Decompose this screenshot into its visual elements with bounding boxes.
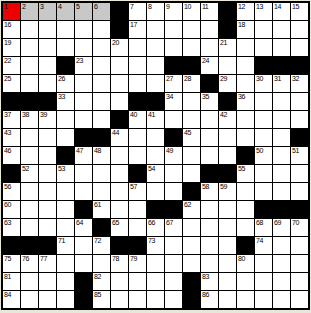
grid-cell[interactable]: 61 xyxy=(93,201,110,218)
grid-cell[interactable] xyxy=(255,39,272,56)
grid-cell[interactable] xyxy=(237,129,254,146)
grid-cell[interactable]: 11 xyxy=(201,3,218,20)
grid-cell[interactable]: 76 xyxy=(21,255,38,272)
grid-cell[interactable] xyxy=(291,273,308,290)
black-cell xyxy=(219,21,236,38)
clue-number: 69 xyxy=(274,219,281,227)
clue-number: 7 xyxy=(130,3,133,11)
grid-cell[interactable] xyxy=(291,183,308,200)
grid-cell[interactable] xyxy=(255,165,272,182)
grid-cell[interactable] xyxy=(237,291,254,308)
grid-cell[interactable] xyxy=(75,255,92,272)
grid-cell[interactable] xyxy=(273,273,290,290)
clue-number: 45 xyxy=(184,129,191,137)
grid-cell[interactable]: 29 xyxy=(219,75,236,92)
grid-cell[interactable] xyxy=(273,237,290,254)
grid-cell[interactable]: 74 xyxy=(255,237,272,254)
grid-cell[interactable] xyxy=(165,21,182,38)
clue-number: 1 xyxy=(4,3,7,11)
clue-number: 27 xyxy=(166,75,173,83)
grid-cell[interactable] xyxy=(111,57,128,74)
grid-cell[interactable] xyxy=(201,39,218,56)
grid-cell[interactable] xyxy=(219,129,236,146)
grid-cell[interactable] xyxy=(147,75,164,92)
grid-cell[interactable] xyxy=(147,57,164,74)
grid-cell[interactable]: 60 xyxy=(3,201,20,218)
grid-cell[interactable] xyxy=(21,219,38,236)
grid-cell[interactable] xyxy=(111,291,128,308)
grid-cell[interactable]: 36 xyxy=(237,93,254,110)
grid-cell[interactable] xyxy=(39,21,56,38)
grid-cell[interactable]: 13 xyxy=(255,3,272,20)
grid-cell[interactable]: 81 xyxy=(3,273,20,290)
clue-number: 85 xyxy=(94,291,101,299)
grid-cell[interactable] xyxy=(21,201,38,218)
grid-cell[interactable]: 85 xyxy=(93,291,110,308)
black-cell xyxy=(183,183,200,200)
grid-cell[interactable] xyxy=(183,93,200,110)
grid-cell[interactable] xyxy=(111,165,128,182)
grid-cell[interactable]: 69 xyxy=(273,219,290,236)
grid-cell[interactable] xyxy=(219,219,236,236)
grid-cell[interactable] xyxy=(111,273,128,290)
grid-cell[interactable] xyxy=(21,57,38,74)
grid-cell[interactable] xyxy=(273,147,290,164)
grid-cell[interactable]: 26 xyxy=(57,75,74,92)
grid-cell[interactable] xyxy=(129,147,146,164)
black-cell xyxy=(75,291,92,308)
grid-cell[interactable] xyxy=(201,201,218,218)
clue-number: 5 xyxy=(76,3,79,11)
grid-cell[interactable] xyxy=(57,291,74,308)
grid-cell[interactable] xyxy=(165,39,182,56)
grid-cell[interactable] xyxy=(39,165,56,182)
black-cell xyxy=(75,273,92,290)
black-cell xyxy=(3,93,20,110)
grid-cell[interactable] xyxy=(165,111,182,128)
grid-cell[interactable] xyxy=(75,237,92,254)
grid-cell[interactable]: 7 xyxy=(129,3,146,20)
grid-cell[interactable] xyxy=(93,165,110,182)
black-cell xyxy=(129,165,146,182)
grid-cell[interactable]: 12 xyxy=(237,3,254,20)
grid-cell[interactable]: 54 xyxy=(147,165,164,182)
grid-cell[interactable]: 14 xyxy=(273,3,290,20)
grid-cell[interactable]: 21 xyxy=(219,39,236,56)
grid-cell[interactable] xyxy=(201,111,218,128)
grid-cell[interactable]: 51 xyxy=(291,147,308,164)
grid-cell[interactable] xyxy=(57,273,74,290)
selected-cell[interactable]: 1 xyxy=(3,3,20,20)
grid-cell[interactable] xyxy=(111,183,128,200)
grid-cell[interactable] xyxy=(111,201,128,218)
grid-cell[interactable] xyxy=(273,291,290,308)
grid-cell[interactable]: 73 xyxy=(147,237,164,254)
grid-cell[interactable] xyxy=(165,291,182,308)
grid-cell[interactable]: 28 xyxy=(183,75,200,92)
grid-cell[interactable]: 83 xyxy=(201,273,218,290)
grid-cell[interactable]: 37 xyxy=(3,111,20,128)
grid-cell[interactable]: 32 xyxy=(291,75,308,92)
grid-cell[interactable] xyxy=(75,111,92,128)
grid-cell[interactable]: 46 xyxy=(3,147,20,164)
clue-number: 86 xyxy=(202,291,209,299)
grid-cell[interactable]: 41 xyxy=(147,111,164,128)
grid-cell[interactable] xyxy=(219,57,236,74)
grid-cell[interactable] xyxy=(111,75,128,92)
clue-number: 41 xyxy=(148,111,155,119)
grid-cell[interactable]: 72 xyxy=(93,237,110,254)
grid-cell[interactable] xyxy=(93,111,110,128)
grid-cell[interactable]: 16 xyxy=(3,21,20,38)
grid-cell[interactable] xyxy=(129,57,146,74)
grid-cell[interactable]: 79 xyxy=(129,255,146,272)
grid-cell[interactable] xyxy=(39,129,56,146)
black-cell xyxy=(237,147,254,164)
grid-cell[interactable] xyxy=(21,183,38,200)
grid-cell[interactable] xyxy=(291,21,308,38)
grid-cell[interactable] xyxy=(219,273,236,290)
black-cell xyxy=(39,93,56,110)
grid-cell[interactable] xyxy=(57,21,74,38)
grid-cell[interactable] xyxy=(129,219,146,236)
grid-cell[interactable] xyxy=(75,165,92,182)
grid-cell[interactable] xyxy=(39,291,56,308)
grid-cell[interactable] xyxy=(93,93,110,110)
grid-cell[interactable] xyxy=(237,219,254,236)
grid-cell[interactable]: 57 xyxy=(129,183,146,200)
grid-cell[interactable] xyxy=(39,201,56,218)
grid-cell[interactable] xyxy=(273,21,290,38)
grid-cell[interactable]: 49 xyxy=(165,147,182,164)
black-cell xyxy=(39,237,56,254)
grid-cell[interactable]: 75 xyxy=(3,255,20,272)
grid-cell[interactable] xyxy=(165,237,182,254)
grid-cell[interactable] xyxy=(165,255,182,272)
grid-cell[interactable]: 38 xyxy=(21,111,38,128)
grid-cell[interactable] xyxy=(93,183,110,200)
grid-cell[interactable] xyxy=(291,237,308,254)
grid-cell[interactable] xyxy=(39,273,56,290)
grid-cell[interactable] xyxy=(219,147,236,164)
grid-cell[interactable]: 84 xyxy=(3,291,20,308)
grid-cell[interactable] xyxy=(219,201,236,218)
grid-cell[interactable]: 80 xyxy=(237,255,254,272)
grid-cell[interactable]: 43 xyxy=(3,129,20,146)
grid-cell[interactable] xyxy=(21,129,38,146)
grid-cell[interactable]: 44 xyxy=(111,129,128,146)
clue-number: 75 xyxy=(4,255,11,263)
grid-cell[interactable] xyxy=(255,93,272,110)
grid-cell[interactable] xyxy=(183,111,200,128)
grid-cell[interactable] xyxy=(147,273,164,290)
grid-cell[interactable]: 70 xyxy=(291,219,308,236)
grid-cell[interactable]: 20 xyxy=(111,39,128,56)
grid-cell[interactable] xyxy=(39,39,56,56)
grid-cell[interactable] xyxy=(291,255,308,272)
grid-cell[interactable] xyxy=(75,183,92,200)
grid-cell[interactable] xyxy=(21,273,38,290)
grid-cell[interactable] xyxy=(57,39,74,56)
grid-cell[interactable] xyxy=(273,165,290,182)
grid-cell[interactable]: 63 xyxy=(3,219,20,236)
grid-cell[interactable] xyxy=(201,21,218,38)
grid-cell[interactable]: 67 xyxy=(165,219,182,236)
grid-cell[interactable] xyxy=(273,129,290,146)
grid-cell[interactable]: 68 xyxy=(255,219,272,236)
grid-cell[interactable] xyxy=(255,21,272,38)
grid-cell[interactable] xyxy=(39,219,56,236)
grid-cell[interactable]: 24 xyxy=(201,57,218,74)
grid-cell[interactable]: 71 xyxy=(57,237,74,254)
grid-cell[interactable] xyxy=(183,39,200,56)
grid-cell[interactable] xyxy=(291,165,308,182)
clue-number: 58 xyxy=(202,183,209,191)
grid-cell[interactable] xyxy=(255,183,272,200)
grid-cell[interactable] xyxy=(129,201,146,218)
grid-cell[interactable] xyxy=(93,39,110,56)
clue-number: 6 xyxy=(94,3,97,11)
grid-cell[interactable]: 8 xyxy=(147,3,164,20)
grid-cell[interactable]: 33 xyxy=(57,93,74,110)
grid-cell[interactable] xyxy=(75,21,92,38)
grid-cell[interactable] xyxy=(129,291,146,308)
grid-cell[interactable] xyxy=(201,147,218,164)
grid-cell[interactable] xyxy=(237,39,254,56)
clue-number: 36 xyxy=(238,93,245,101)
grid-cell[interactable] xyxy=(201,129,218,146)
grid-cell[interactable]: 35 xyxy=(201,93,218,110)
black-cell xyxy=(93,129,110,146)
grid-cell[interactable]: 77 xyxy=(39,255,56,272)
grid-cell[interactable] xyxy=(237,273,254,290)
clue-number: 30 xyxy=(256,75,263,83)
grid-cell[interactable]: 18 xyxy=(237,21,254,38)
grid-cell[interactable]: 82 xyxy=(93,273,110,290)
grid-cell[interactable] xyxy=(21,75,38,92)
grid-cell[interactable] xyxy=(147,255,164,272)
clue-number: 61 xyxy=(94,201,101,209)
grid-cell[interactable] xyxy=(273,111,290,128)
clue-number: 50 xyxy=(256,147,263,155)
highlighted-cell[interactable]: 4 xyxy=(57,3,74,20)
black-cell xyxy=(111,111,128,128)
clue-number: 13 xyxy=(256,3,263,11)
grid-cell[interactable]: 19 xyxy=(3,39,20,56)
grid-cell[interactable] xyxy=(93,57,110,74)
grid-cell[interactable] xyxy=(273,255,290,272)
clue-number: 21 xyxy=(220,39,227,47)
grid-cell[interactable] xyxy=(165,165,182,182)
clue-number: 47 xyxy=(76,147,83,155)
grid-cell[interactable] xyxy=(237,183,254,200)
grid-cell[interactable] xyxy=(57,129,74,146)
clue-number: 35 xyxy=(202,93,209,101)
grid-cell[interactable] xyxy=(57,219,74,236)
grid-cell[interactable] xyxy=(129,39,146,56)
grid-cell[interactable]: 10 xyxy=(183,3,200,20)
grid-cell[interactable] xyxy=(21,291,38,308)
grid-cell[interactable] xyxy=(183,255,200,272)
grid-cell[interactable] xyxy=(39,183,56,200)
clue-number: 76 xyxy=(22,255,29,263)
grid-cell[interactable] xyxy=(21,21,38,38)
grid-cell[interactable]: 23 xyxy=(75,57,92,74)
highlighted-cell[interactable]: 5 xyxy=(75,3,92,20)
grid-cell[interactable] xyxy=(165,273,182,290)
grid-cell[interactable] xyxy=(111,93,128,110)
clue-number: 57 xyxy=(130,183,137,191)
grid-cell[interactable] xyxy=(57,111,74,128)
grid-cell[interactable] xyxy=(57,201,74,218)
grid-cell[interactable] xyxy=(111,147,128,164)
clue-number: 74 xyxy=(256,237,263,245)
grid-cell[interactable] xyxy=(39,75,56,92)
grid-cell[interactable] xyxy=(129,273,146,290)
grid-cell[interactable] xyxy=(237,201,254,218)
grid-cell[interactable] xyxy=(291,39,308,56)
grid-cell[interactable]: 56 xyxy=(3,183,20,200)
grid-cell[interactable]: 40 xyxy=(129,111,146,128)
grid-cell[interactable]: 59 xyxy=(219,183,236,200)
grid-cell[interactable] xyxy=(273,93,290,110)
grid-cell[interactable] xyxy=(93,75,110,92)
grid-cell[interactable] xyxy=(147,147,164,164)
black-cell xyxy=(75,201,92,218)
grid-cell[interactable] xyxy=(237,57,254,74)
clue-number: 25 xyxy=(4,75,11,83)
grid-cell[interactable] xyxy=(93,255,110,272)
grid-cell[interactable] xyxy=(201,237,218,254)
grid-cell[interactable]: 9 xyxy=(165,3,182,20)
grid-cell[interactable] xyxy=(75,75,92,92)
grid-cell[interactable]: 62 xyxy=(183,201,200,218)
black-cell xyxy=(147,201,164,218)
grid-cell[interactable]: 53 xyxy=(57,165,74,182)
grid-cell[interactable] xyxy=(219,237,236,254)
grid-cell[interactable] xyxy=(255,291,272,308)
grid-cell[interactable] xyxy=(39,147,56,164)
grid-cell[interactable] xyxy=(201,219,218,236)
grid-cell[interactable] xyxy=(183,237,200,254)
grid-cell[interactable]: 39 xyxy=(39,111,56,128)
clue-number: 18 xyxy=(238,21,245,29)
grid-cell[interactable] xyxy=(183,147,200,164)
grid-cell[interactable]: 86 xyxy=(201,291,218,308)
grid-cell[interactable] xyxy=(147,183,164,200)
grid-cell[interactable]: 17 xyxy=(129,21,146,38)
grid-cell[interactable] xyxy=(147,21,164,38)
grid-cell[interactable]: 31 xyxy=(273,75,290,92)
grid-cell[interactable]: 52 xyxy=(21,165,38,182)
grid-cell[interactable] xyxy=(201,255,218,272)
clue-number: 19 xyxy=(4,39,11,47)
grid-cell[interactable] xyxy=(21,147,38,164)
grid-cell[interactable]: 64 xyxy=(75,219,92,236)
clue-number: 54 xyxy=(148,165,155,173)
grid-cell[interactable] xyxy=(39,57,56,74)
grid-cell[interactable] xyxy=(273,183,290,200)
clue-number: 55 xyxy=(238,165,245,173)
grid-cell[interactable] xyxy=(237,75,254,92)
clue-number: 63 xyxy=(4,219,11,227)
grid-cell[interactable] xyxy=(219,255,236,272)
highlighted-cell[interactable]: 6 xyxy=(93,3,110,20)
black-cell xyxy=(291,57,308,74)
grid-cell[interactable]: 65 xyxy=(111,219,128,236)
grid-cell[interactable] xyxy=(75,93,92,110)
grid-cell[interactable]: 27 xyxy=(165,75,182,92)
grid-cell[interactable] xyxy=(183,165,200,182)
grid-cell[interactable]: 55 xyxy=(237,165,254,182)
grid-cell[interactable] xyxy=(129,129,146,146)
highlighted-cell[interactable]: 2 xyxy=(21,3,38,20)
clue-number: 39 xyxy=(40,111,47,119)
clue-number: 40 xyxy=(130,111,137,119)
clue-number: 53 xyxy=(58,165,65,173)
grid-cell[interactable] xyxy=(75,39,92,56)
black-cell xyxy=(183,273,200,290)
grid-cell[interactable] xyxy=(183,219,200,236)
grid-cell[interactable] xyxy=(21,39,38,56)
grid-cell[interactable] xyxy=(291,111,308,128)
grid-cell[interactable]: 45 xyxy=(183,129,200,146)
grid-cell[interactable] xyxy=(93,21,110,38)
grid-cell[interactable]: 34 xyxy=(165,93,182,110)
grid-cell[interactable]: 66 xyxy=(147,219,164,236)
grid-cell[interactable]: 25 xyxy=(3,75,20,92)
clue-number: 4 xyxy=(58,3,61,11)
grid-cell[interactable]: 48 xyxy=(93,147,110,164)
grid-cell[interactable] xyxy=(291,291,308,308)
black-cell xyxy=(291,201,308,218)
grid-cell[interactable] xyxy=(255,111,272,128)
grid-cell[interactable]: 58 xyxy=(201,183,218,200)
grid-cell[interactable] xyxy=(255,273,272,290)
clue-number: 44 xyxy=(112,129,119,137)
grid-cell[interactable]: 15 xyxy=(291,3,308,20)
grid-cell[interactable]: 50 xyxy=(255,147,272,164)
grid-cell[interactable]: 47 xyxy=(75,147,92,164)
black-cell xyxy=(165,57,182,74)
black-cell xyxy=(255,201,272,218)
grid-cell[interactable]: 30 xyxy=(255,75,272,92)
grid-cell[interactable] xyxy=(57,255,74,272)
grid-cell[interactable]: 78 xyxy=(111,255,128,272)
clue-number: 9 xyxy=(166,3,169,11)
black-cell xyxy=(111,237,128,254)
grid-cell[interactable] xyxy=(273,39,290,56)
grid-cell[interactable]: 42 xyxy=(219,111,236,128)
grid-cell[interactable] xyxy=(147,39,164,56)
clue-number: 14 xyxy=(274,3,281,11)
grid-cell[interactable] xyxy=(291,93,308,110)
grid-cell[interactable] xyxy=(255,255,272,272)
grid-cell[interactable] xyxy=(219,291,236,308)
grid-cell[interactable] xyxy=(237,111,254,128)
grid-cell[interactable] xyxy=(255,129,272,146)
highlighted-cell[interactable]: 3 xyxy=(39,3,56,20)
grid-cell[interactable] xyxy=(183,21,200,38)
clue-number: 59 xyxy=(220,183,227,191)
grid-cell[interactable]: 22 xyxy=(3,57,20,74)
grid-cell[interactable] xyxy=(57,183,74,200)
grid-cell[interactable] xyxy=(129,75,146,92)
clue-number: 38 xyxy=(22,111,29,119)
grid-cell[interactable] xyxy=(165,183,182,200)
grid-cell[interactable] xyxy=(147,291,164,308)
grid-cell[interactable] xyxy=(147,129,164,146)
